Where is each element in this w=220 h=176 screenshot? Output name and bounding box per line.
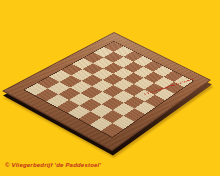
product-photo: © Vliegerbedrijf 'de Paddestoel' © Vlieg…: [0, 0, 220, 176]
board-field-border: [23, 41, 194, 138]
copyright-caption: © Vliegerbedrijf 'de Paddestoel': [5, 162, 101, 168]
chessboard: © Vliegerbedrijf 'de Paddestoel': [2, 32, 211, 151]
